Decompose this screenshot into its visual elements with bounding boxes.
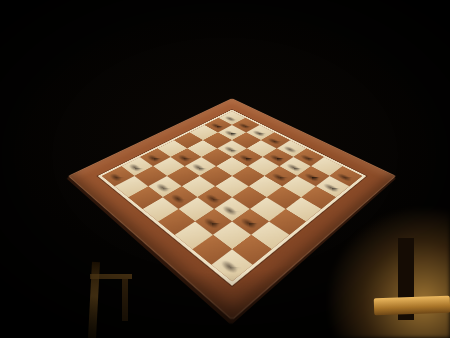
chess-board: ♛♞♝♜♚♝♜♟♟♟♟♟♟♟♟♞♞♟♟♝♚♟♟♝♛♟♜♜ xyxy=(98,110,367,286)
queen-glyph: ♛ xyxy=(154,170,203,201)
rook-glyph: ♜ xyxy=(201,241,259,269)
rook-glyph: ♜ xyxy=(93,157,139,179)
photo-stage: ♛♞♝♜♚♝♜♟♟♟♟♟♟♟♟♞♞♟♟♝♚♟♟♝♛♟♜♜ xyxy=(0,0,450,338)
square-h1[interactable]: ♜ xyxy=(212,249,253,281)
pawn-glyph: ♟ xyxy=(307,171,355,190)
square-a1[interactable]: ♜ xyxy=(102,166,135,186)
knight-glyph: ♞ xyxy=(256,155,302,179)
brass-shelf-right xyxy=(374,296,450,316)
brass-glow-right xyxy=(328,208,450,338)
pawn-glyph: ♟ xyxy=(185,205,237,226)
